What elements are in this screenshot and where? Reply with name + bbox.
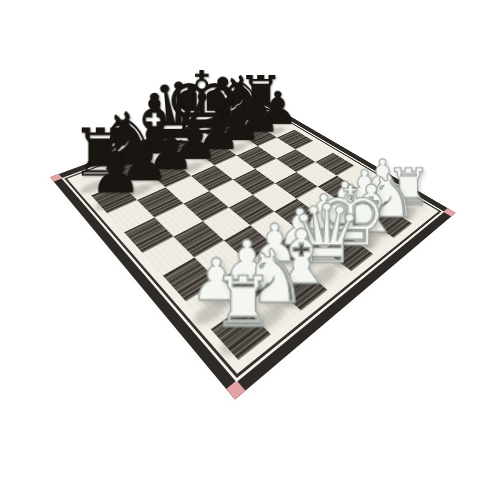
pieces-layer: ♜♞♟♝♟♚♟♛♟♝♟♞♟♟♜♟♟♜♟♟♞♟♝♟♚♟♛♟♝♟♞♜ (46, 98, 460, 407)
black-pawn-glyph: ♟ (89, 144, 141, 202)
white-rook-glyph: ♜ (212, 269, 274, 338)
chess-board-mat: ♜♞♟♝♟♚♟♛♟♝♟♞♟♟♜♟♟♜♟♟♞♟♝♟♚♟♛♟♝♟♞♜ (46, 98, 460, 407)
chess-photo-scene: ♜♞♟♝♟♚♟♛♟♝♟♞♟♟♜♟♟♜♟♟♞♟♝♟♚♟♛♟♝♟♞♜ (0, 0, 500, 500)
